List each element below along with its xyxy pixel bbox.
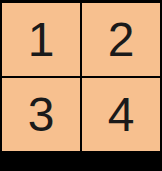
cell-r1c1[interactable]: 1	[2, 3, 80, 76]
grid-board: 1 2 3 4	[0, 0, 162, 153]
cell-r1c2[interactable]: 2	[82, 3, 160, 76]
grid-canvas: 1 2 3 4	[0, 0, 162, 171]
cell-r2c1[interactable]: 3	[2, 78, 80, 151]
bottom-black-band	[0, 153, 162, 171]
cell-r2c2[interactable]: 4	[82, 78, 160, 151]
